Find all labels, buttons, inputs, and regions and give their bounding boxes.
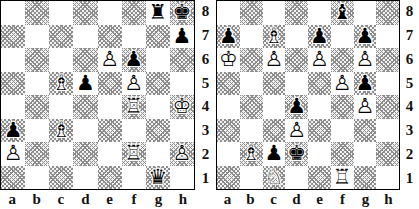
rank-label-8: 8 xyxy=(400,0,419,24)
square-h7[interactable]: ♟ xyxy=(170,25,194,49)
rank-label-1: 1 xyxy=(400,166,419,190)
square-a1[interactable] xyxy=(1,166,25,190)
square-c2[interactable] xyxy=(49,142,73,166)
piece-black-pawn[interactable]: ♟ xyxy=(355,73,374,94)
piece-white-pawn[interactable]: ♙ xyxy=(287,120,306,141)
rank-label-6: 6 xyxy=(195,48,216,72)
chess-diagrams: ♜♚♟♙♟♗♟♙♖♔♟♗♙♖♙♛ 87654321 abcdefgh ♝♟♗♟♟… xyxy=(0,0,419,209)
square-g8[interactable]: ♜ xyxy=(146,1,170,25)
file-label-h: h xyxy=(171,190,195,209)
square-h4[interactable]: ♔ xyxy=(170,95,194,119)
square-a8[interactable] xyxy=(1,1,25,25)
square-d6[interactable] xyxy=(285,48,308,72)
board-group-right: ♝♟♗♟♟♔♙♙♙♙♟♟♙♙♗♟♚♘♖ 87654321 abcdefgh xyxy=(216,0,419,209)
square-e5[interactable] xyxy=(98,72,122,96)
square-f2[interactable]: ♖ xyxy=(122,142,146,166)
piece-black-pawn[interactable]: ♟ xyxy=(355,26,374,47)
square-h3[interactable] xyxy=(376,119,399,143)
piece-black-pawn[interactable]: ♟ xyxy=(4,120,23,141)
square-a8[interactable] xyxy=(217,1,240,25)
square-d3[interactable] xyxy=(73,119,97,143)
square-d1[interactable] xyxy=(285,166,308,190)
square-c2[interactable]: ♟ xyxy=(263,142,286,166)
square-e7[interactable] xyxy=(98,25,122,49)
square-g1[interactable] xyxy=(354,166,377,190)
piece-black-bishop[interactable]: ♝ xyxy=(333,2,352,23)
square-g5[interactable]: ♟ xyxy=(354,72,377,96)
file-label-d: d xyxy=(73,190,97,209)
piece-black-pawn[interactable]: ♟ xyxy=(310,26,329,47)
square-a2[interactable]: ♙ xyxy=(1,142,25,166)
square-f4[interactable] xyxy=(331,95,354,119)
square-b8[interactable] xyxy=(25,1,49,25)
file-label-f: f xyxy=(122,190,146,209)
square-f6[interactable] xyxy=(331,48,354,72)
square-c4[interactable] xyxy=(49,95,73,119)
square-b8[interactable] xyxy=(240,1,263,25)
square-h8[interactable] xyxy=(376,1,399,25)
piece-black-rook[interactable]: ♜ xyxy=(148,2,167,23)
square-b4[interactable] xyxy=(25,95,49,119)
piece-white-pawn[interactable]: ♙ xyxy=(173,143,192,164)
square-f6[interactable]: ♟ xyxy=(122,48,146,72)
square-a4[interactable] xyxy=(1,95,25,119)
file-label-g: g xyxy=(354,190,377,209)
file-label-d: d xyxy=(285,190,308,209)
square-h7[interactable] xyxy=(376,25,399,49)
square-e5[interactable] xyxy=(308,72,331,96)
piece-white-king[interactable]: ♔ xyxy=(219,49,238,70)
piece-white-pawn[interactable]: ♙ xyxy=(310,49,329,70)
square-c6[interactable] xyxy=(49,48,73,72)
rank-label-4: 4 xyxy=(400,95,419,119)
piece-white-pawn[interactable]: ♙ xyxy=(264,49,283,70)
piece-black-pawn[interactable]: ♟ xyxy=(173,26,192,47)
rank-labels-right: 87654321 xyxy=(400,0,419,190)
square-d3[interactable]: ♙ xyxy=(285,119,308,143)
square-d4[interactable]: ♟ xyxy=(285,95,308,119)
square-a6[interactable]: ♔ xyxy=(217,48,240,72)
square-e4[interactable] xyxy=(308,95,331,119)
file-labels-left: abcdefgh xyxy=(0,190,195,209)
square-g2[interactable] xyxy=(354,142,377,166)
square-g5[interactable] xyxy=(146,72,170,96)
square-d2[interactable]: ♚ xyxy=(285,142,308,166)
square-c1[interactable]: ♘ xyxy=(263,166,286,190)
piece-white-pawn[interactable]: ♙ xyxy=(4,143,23,164)
piece-black-pawn[interactable]: ♟ xyxy=(219,26,238,47)
square-e1[interactable] xyxy=(308,166,331,190)
rank-label-7: 7 xyxy=(400,24,419,48)
square-g7[interactable] xyxy=(146,25,170,49)
square-f1[interactable]: ♖ xyxy=(331,166,354,190)
square-a6[interactable] xyxy=(1,48,25,72)
piece-white-bishop[interactable]: ♗ xyxy=(52,120,71,141)
square-h5[interactable] xyxy=(170,72,194,96)
square-f3[interactable] xyxy=(331,119,354,143)
piece-white-knight[interactable]: ♘ xyxy=(264,167,283,188)
piece-white-rook[interactable]: ♖ xyxy=(124,143,143,164)
square-c3[interactable] xyxy=(263,119,286,143)
rank-label-3: 3 xyxy=(400,119,419,143)
rank-label-7: 7 xyxy=(195,24,216,48)
square-d8[interactable] xyxy=(285,1,308,25)
square-h8[interactable]: ♚ xyxy=(170,1,194,25)
square-e1[interactable] xyxy=(98,166,122,190)
square-h6[interactable] xyxy=(170,48,194,72)
square-a3[interactable] xyxy=(217,119,240,143)
piece-white-pawn[interactable]: ♙ xyxy=(355,96,374,117)
square-h1[interactable] xyxy=(170,166,194,190)
square-f8[interactable] xyxy=(122,1,146,25)
square-f8[interactable]: ♝ xyxy=(331,1,354,25)
file-label-b: b xyxy=(24,190,48,209)
square-a5[interactable] xyxy=(1,72,25,96)
square-h5[interactable] xyxy=(376,72,399,96)
square-h2[interactable] xyxy=(376,142,399,166)
rank-label-1: 1 xyxy=(195,166,216,190)
rank-label-5: 5 xyxy=(195,71,216,95)
square-b7[interactable] xyxy=(240,25,263,49)
file-label-h: h xyxy=(377,190,400,209)
square-f5[interactable]: ♙ xyxy=(122,72,146,96)
square-e6[interactable]: ♙ xyxy=(308,48,331,72)
board-area-left: ♜♚♟♙♟♗♟♙♖♔♟♗♙♖♙♛ 87654321 xyxy=(0,0,216,190)
square-a3[interactable]: ♟ xyxy=(1,119,25,143)
piece-white-king[interactable]: ♔ xyxy=(173,96,192,117)
square-e6[interactable]: ♙ xyxy=(98,48,122,72)
square-d6[interactable] xyxy=(73,48,97,72)
square-d8[interactable] xyxy=(73,1,97,25)
square-d1[interactable] xyxy=(73,166,97,190)
file-label-g: g xyxy=(146,190,170,209)
piece-black-queen[interactable]: ♛ xyxy=(148,167,167,188)
square-b4[interactable] xyxy=(240,95,263,119)
piece-white-bishop[interactable]: ♗ xyxy=(242,143,261,164)
square-d7[interactable] xyxy=(285,25,308,49)
square-g8[interactable] xyxy=(354,1,377,25)
rank-label-6: 6 xyxy=(400,48,419,72)
piece-black-pawn[interactable]: ♟ xyxy=(287,96,306,117)
rank-label-8: 8 xyxy=(195,0,216,24)
square-h3[interactable] xyxy=(170,119,194,143)
piece-white-pawn[interactable]: ♙ xyxy=(355,49,374,70)
square-c6[interactable]: ♙ xyxy=(263,48,286,72)
file-labels-right: abcdefgh xyxy=(216,190,400,209)
square-e8[interactable] xyxy=(98,1,122,25)
piece-white-pawn[interactable]: ♙ xyxy=(100,49,119,70)
square-a7[interactable]: ♟ xyxy=(217,25,240,49)
square-f4[interactable]: ♖ xyxy=(122,95,146,119)
square-b2[interactable] xyxy=(25,142,49,166)
board-group-left: ♜♚♟♙♟♗♟♙♖♔♟♗♙♖♙♛ 87654321 abcdefgh xyxy=(0,0,216,209)
rank-label-4: 4 xyxy=(195,95,216,119)
square-b6[interactable] xyxy=(25,48,49,72)
square-g3[interactable] xyxy=(146,119,170,143)
square-d4[interactable] xyxy=(73,95,97,119)
piece-black-king[interactable]: ♚ xyxy=(173,2,192,23)
square-h4[interactable] xyxy=(376,95,399,119)
square-g1[interactable]: ♛ xyxy=(146,166,170,190)
square-a2[interactable] xyxy=(217,142,240,166)
square-c4[interactable] xyxy=(263,95,286,119)
square-g3[interactable] xyxy=(354,119,377,143)
chessboard-left: ♜♚♟♙♟♗♟♙♖♔♟♗♙♖♙♛ xyxy=(0,0,195,190)
square-h1[interactable] xyxy=(376,166,399,190)
square-f3[interactable] xyxy=(122,119,146,143)
rank-label-2: 2 xyxy=(195,143,216,167)
square-f7[interactable] xyxy=(331,25,354,49)
rank-label-2: 2 xyxy=(400,143,419,167)
square-g4[interactable] xyxy=(146,95,170,119)
piece-black-pawn[interactable]: ♟ xyxy=(76,73,95,94)
square-b1[interactable] xyxy=(25,166,49,190)
square-g6[interactable]: ♙ xyxy=(354,48,377,72)
piece-black-pawn[interactable]: ♟ xyxy=(124,49,143,70)
square-a7[interactable] xyxy=(1,25,25,49)
square-g7[interactable]: ♟ xyxy=(354,25,377,49)
square-c8[interactable] xyxy=(263,1,286,25)
square-b6[interactable] xyxy=(240,48,263,72)
square-b5[interactable] xyxy=(240,72,263,96)
square-b3[interactable] xyxy=(240,119,263,143)
square-b5[interactable] xyxy=(25,72,49,96)
piece-black-king[interactable]: ♚ xyxy=(287,143,306,164)
file-label-a: a xyxy=(216,190,239,209)
square-f2[interactable] xyxy=(331,142,354,166)
file-label-c: c xyxy=(49,190,73,209)
piece-black-pawn[interactable]: ♟ xyxy=(264,143,283,164)
file-label-e: e xyxy=(98,190,122,209)
square-c7[interactable] xyxy=(49,25,73,49)
piece-white-pawn[interactable]: ♙ xyxy=(333,73,352,94)
square-e3[interactable] xyxy=(308,119,331,143)
piece-white-rook[interactable]: ♖ xyxy=(124,96,143,117)
piece-white-pawn[interactable]: ♙ xyxy=(124,73,143,94)
square-c3[interactable]: ♗ xyxy=(49,119,73,143)
file-label-b: b xyxy=(239,190,262,209)
square-d5[interactable]: ♟ xyxy=(73,72,97,96)
piece-white-bishop[interactable]: ♗ xyxy=(264,26,283,47)
square-c5[interactable] xyxy=(263,72,286,96)
file-label-a: a xyxy=(0,190,24,209)
square-c7[interactable]: ♗ xyxy=(263,25,286,49)
square-e2[interactable] xyxy=(98,142,122,166)
rank-label-5: 5 xyxy=(400,71,419,95)
square-a1[interactable] xyxy=(217,166,240,190)
chessboard-right: ♝♟♗♟♟♔♙♙♙♙♟♟♙♙♗♟♚♘♖ xyxy=(216,0,400,190)
square-b3[interactable] xyxy=(25,119,49,143)
square-g4[interactable]: ♙ xyxy=(354,95,377,119)
square-h2[interactable]: ♙ xyxy=(170,142,194,166)
square-a4[interactable] xyxy=(217,95,240,119)
square-g6[interactable] xyxy=(146,48,170,72)
square-g2[interactable] xyxy=(146,142,170,166)
piece-white-bishop[interactable]: ♗ xyxy=(52,73,71,94)
piece-white-rook[interactable]: ♖ xyxy=(333,167,352,188)
square-e7[interactable]: ♟ xyxy=(308,25,331,49)
square-e3[interactable] xyxy=(98,119,122,143)
square-d7[interactable] xyxy=(73,25,97,49)
file-label-c: c xyxy=(262,190,285,209)
square-e4[interactable] xyxy=(98,95,122,119)
square-b1[interactable] xyxy=(240,166,263,190)
file-label-e: e xyxy=(308,190,331,209)
square-b7[interactable] xyxy=(25,25,49,49)
board-area-right: ♝♟♗♟♟♔♙♙♙♙♟♟♙♙♗♟♚♘♖ 87654321 xyxy=(216,0,419,190)
square-d2[interactable] xyxy=(73,142,97,166)
square-e2[interactable] xyxy=(308,142,331,166)
rank-label-3: 3 xyxy=(195,119,216,143)
square-f5[interactable]: ♙ xyxy=(331,72,354,96)
square-d5[interactable] xyxy=(285,72,308,96)
square-h6[interactable] xyxy=(376,48,399,72)
rank-labels-left: 87654321 xyxy=(195,0,216,190)
square-c1[interactable] xyxy=(49,166,73,190)
square-c8[interactable] xyxy=(49,1,73,25)
square-c5[interactable]: ♗ xyxy=(49,72,73,96)
file-label-f: f xyxy=(331,190,354,209)
square-f1[interactable] xyxy=(122,166,146,190)
square-e8[interactable] xyxy=(308,1,331,25)
square-a5[interactable] xyxy=(217,72,240,96)
square-f7[interactable] xyxy=(122,25,146,49)
square-b2[interactable]: ♗ xyxy=(240,142,263,166)
